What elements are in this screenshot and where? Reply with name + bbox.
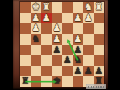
chess-board: ♚♜♞♜♟♟♟♟♟♟♞♟♟♟♟♟♞♟♟♟♜♚♜ bbox=[20, 2, 104, 87]
white-pawn[interactable]: ♟ bbox=[73, 34, 84, 45]
square-a4[interactable] bbox=[94, 34, 105, 45]
square-a5[interactable] bbox=[94, 45, 105, 56]
white-pawn[interactable]: ♟ bbox=[73, 13, 84, 24]
black-pawn[interactable]: ♟ bbox=[83, 66, 94, 77]
square-f6[interactable] bbox=[41, 55, 52, 66]
square-b4[interactable] bbox=[83, 34, 94, 45]
square-d4[interactable] bbox=[62, 34, 73, 45]
square-h1[interactable] bbox=[20, 2, 31, 13]
square-d7[interactable] bbox=[62, 66, 73, 77]
square-c4[interactable]: ♟ bbox=[73, 34, 84, 45]
square-f7[interactable] bbox=[41, 66, 52, 77]
square-h3[interactable] bbox=[20, 23, 31, 34]
white-pawn[interactable]: ♟ bbox=[41, 13, 52, 24]
square-d3[interactable] bbox=[62, 23, 73, 34]
watermark bbox=[86, 84, 106, 89]
square-h6[interactable] bbox=[20, 55, 31, 66]
black-pawn[interactable]: ♟ bbox=[73, 66, 84, 77]
white-pawn[interactable]: ♟ bbox=[52, 34, 63, 45]
square-b2[interactable]: ♟ bbox=[83, 13, 94, 24]
square-c8[interactable] bbox=[73, 76, 84, 87]
square-a1[interactable]: ♜ bbox=[94, 2, 105, 13]
square-h4[interactable] bbox=[20, 34, 31, 45]
black-knight[interactable]: ♞ bbox=[31, 34, 42, 45]
square-d8[interactable] bbox=[62, 76, 73, 87]
square-g7[interactable] bbox=[31, 66, 42, 77]
screenshot-canvas: ♚♜♞♜♟♟♟♟♟♟♞♟♟♟♟♟♞♟♟♟♜♚♜ bbox=[0, 0, 120, 90]
square-d2[interactable] bbox=[62, 13, 73, 24]
square-e5[interactable]: ♟ bbox=[52, 45, 63, 56]
square-c7[interactable]: ♟ bbox=[73, 66, 84, 77]
square-g6[interactable] bbox=[31, 55, 42, 66]
square-c2[interactable]: ♟ bbox=[73, 13, 84, 24]
board-frame: ♚♜♞♜♟♟♟♟♟♟♞♟♟♟♟♟♞♟♟♟♜♚♜ bbox=[13, 0, 108, 90]
square-e6[interactable] bbox=[52, 55, 63, 66]
square-f2[interactable]: ♟ bbox=[41, 13, 52, 24]
square-d1[interactable] bbox=[62, 2, 73, 13]
square-g5[interactable] bbox=[31, 45, 42, 56]
square-b3[interactable] bbox=[83, 23, 94, 34]
square-e1[interactable] bbox=[52, 2, 63, 13]
black-king[interactable]: ♚ bbox=[52, 76, 63, 87]
black-pawn[interactable]: ♟ bbox=[52, 45, 63, 56]
square-b7[interactable]: ♟ bbox=[83, 66, 94, 77]
black-rook[interactable]: ♜ bbox=[20, 76, 31, 87]
square-g4[interactable]: ♞ bbox=[31, 34, 42, 45]
square-a3[interactable] bbox=[94, 23, 105, 34]
square-f3[interactable] bbox=[41, 23, 52, 34]
square-h2[interactable] bbox=[20, 13, 31, 24]
black-pawn[interactable]: ♟ bbox=[62, 55, 73, 66]
square-a2[interactable] bbox=[94, 13, 105, 24]
square-b5[interactable] bbox=[83, 45, 94, 56]
square-e4[interactable]: ♟ bbox=[52, 34, 63, 45]
square-d6[interactable]: ♟ bbox=[62, 55, 73, 66]
square-f4[interactable] bbox=[41, 34, 52, 45]
white-pawn[interactable]: ♟ bbox=[83, 13, 94, 24]
square-f5[interactable] bbox=[41, 45, 52, 56]
square-h8[interactable]: ♜ bbox=[20, 76, 31, 87]
white-rook[interactable]: ♜ bbox=[94, 2, 105, 13]
square-e8[interactable]: ♚ bbox=[52, 76, 63, 87]
square-f8[interactable] bbox=[41, 76, 52, 87]
square-g8[interactable] bbox=[31, 76, 42, 87]
square-h5[interactable] bbox=[20, 45, 31, 56]
